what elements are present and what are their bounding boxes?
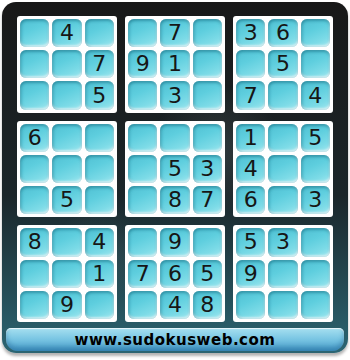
sudoku-cell[interactable]: 4 [301,81,330,109]
sudoku-cell[interactable] [52,260,81,288]
sudoku-cell[interactable] [128,19,157,47]
sudoku-cell[interactable]: 5 [52,186,81,214]
sudoku-cell[interactable]: 5 [160,155,189,183]
sudoku-cell[interactable]: 8 [160,186,189,214]
sudoku-cell[interactable] [52,155,81,183]
sudoku-box: 976548 [125,225,225,322]
sudoku-cell[interactable] [52,228,81,256]
sudoku-cell[interactable] [85,155,114,183]
sudoku-cell[interactable]: 4 [236,155,265,183]
sudoku-cell[interactable] [193,124,222,152]
sudoku-cell[interactable] [301,50,330,78]
sudoku-cell[interactable]: 7 [160,19,189,47]
sudoku-cell[interactable]: 5 [268,50,297,78]
sudoku-cell[interactable]: 4 [160,291,189,319]
sudoku-cell[interactable] [20,260,49,288]
sudoku-cell[interactable] [85,19,114,47]
sudoku-cell[interactable] [268,81,297,109]
sudoku-cell[interactable] [301,260,330,288]
sudoku-cell[interactable]: 7 [85,50,114,78]
sudoku-cell[interactable]: 5 [301,124,330,152]
sudoku-cell[interactable]: 6 [20,124,49,152]
sudoku-box: 5387 [125,121,225,218]
sudoku-cell[interactable] [128,124,157,152]
sudoku-cell[interactable]: 1 [85,260,114,288]
sudoku-cell[interactable]: 9 [52,291,81,319]
sudoku-cell[interactable]: 3 [193,155,222,183]
sudoku-cell[interactable]: 9 [236,260,265,288]
sudoku-cell[interactable]: 1 [236,124,265,152]
sudoku-box: 475 [17,16,117,113]
sudoku-box: 7913 [125,16,225,113]
sudoku-box: 65 [17,121,117,218]
sudoku-cell[interactable] [301,155,330,183]
sudoku-cell[interactable] [128,291,157,319]
sudoku-cell[interactable] [268,155,297,183]
sudoku-cell[interactable]: 9 [128,50,157,78]
sudoku-cell[interactable]: 7 [128,260,157,288]
sudoku-cell[interactable]: 8 [20,228,49,256]
sudoku-box: 36574 [233,16,333,113]
sudoku-cell[interactable] [52,81,81,109]
sudoku-cell[interactable] [236,50,265,78]
sudoku-cell[interactable] [160,124,189,152]
sudoku-board: 475791336574655387154638419976548539 [17,16,333,322]
sudoku-cell[interactable] [20,186,49,214]
sudoku-cell[interactable] [85,186,114,214]
sudoku-cell[interactable]: 6 [160,260,189,288]
sudoku-cell[interactable]: 9 [160,228,189,256]
sudoku-widget: 475791336574655387154638419976548539 www… [0,0,350,360]
sudoku-cell[interactable]: 6 [236,186,265,214]
sudoku-box: 15463 [233,121,333,218]
sudoku-box: 8419 [17,225,117,322]
sudoku-cell[interactable] [268,291,297,319]
sudoku-cell[interactable] [20,50,49,78]
sudoku-cell[interactable]: 1 [160,50,189,78]
sudoku-cell[interactable] [193,50,222,78]
sudoku-cell[interactable] [301,19,330,47]
sudoku-cell[interactable] [20,291,49,319]
sudoku-cell[interactable] [128,186,157,214]
sudoku-cell[interactable]: 7 [193,186,222,214]
sudoku-cell[interactable]: 5 [236,228,265,256]
sudoku-cell[interactable]: 4 [85,228,114,256]
sudoku-cell[interactable]: 7 [236,81,265,109]
sudoku-cell[interactable] [20,81,49,109]
sudoku-cell[interactable]: 8 [193,291,222,319]
sudoku-cell[interactable] [268,186,297,214]
sudoku-cell[interactable] [85,124,114,152]
sudoku-cell[interactable]: 6 [268,19,297,47]
sudoku-cell[interactable]: 5 [85,81,114,109]
sudoku-cell[interactable] [268,260,297,288]
sudoku-cell[interactable]: 3 [160,81,189,109]
sudoku-cell[interactable] [301,228,330,256]
sudoku-cell[interactable]: 3 [301,186,330,214]
sudoku-cell[interactable] [128,228,157,256]
sudoku-cell[interactable] [128,81,157,109]
sudoku-cell[interactable] [20,155,49,183]
sudoku-cell[interactable]: 4 [52,19,81,47]
sudoku-cell[interactable] [268,124,297,152]
sudoku-box: 539 [233,225,333,322]
sudoku-cell[interactable] [236,291,265,319]
site-link[interactable]: www.sudokusweb.com [6,328,344,351]
sudoku-cell[interactable] [20,19,49,47]
sudoku-cell[interactable] [128,155,157,183]
sudoku-cell[interactable] [301,291,330,319]
sudoku-cell[interactable] [52,124,81,152]
sudoku-cell[interactable]: 5 [193,260,222,288]
sudoku-cell[interactable] [85,291,114,319]
site-link-label: www.sudokusweb.com [75,331,276,349]
board-frame: 475791336574655387154638419976548539 www… [2,2,348,353]
sudoku-cell[interactable] [52,50,81,78]
sudoku-cell[interactable] [193,228,222,256]
sudoku-cell[interactable] [193,81,222,109]
sudoku-cell[interactable]: 3 [268,228,297,256]
sudoku-cell[interactable]: 3 [236,19,265,47]
sudoku-cell[interactable] [193,19,222,47]
